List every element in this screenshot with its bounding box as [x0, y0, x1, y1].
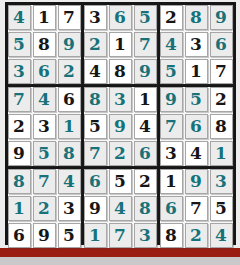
cell-r2c1[interactable]: 5 [8, 32, 31, 57]
cell-r8c4[interactable]: 9 [84, 196, 107, 221]
cell-r8c3[interactable]: 3 [58, 196, 81, 221]
cell-r4c2[interactable]: 4 [33, 87, 56, 112]
cell-r4c6[interactable]: 1 [134, 87, 157, 112]
cell-r6c9[interactable]: 1 [210, 141, 233, 166]
page-background-gray-band [0, 257, 240, 265]
cell-r3c6[interactable]: 9 [134, 59, 157, 84]
cell-r3c7[interactable]: 5 [160, 59, 183, 84]
cell-r8c8[interactable]: 7 [185, 196, 208, 221]
sudoku-box-1: 417589362 [8, 5, 81, 84]
cell-r2c3[interactable]: 9 [58, 32, 81, 57]
cell-r8c5[interactable]: 4 [109, 196, 132, 221]
cell-r3c8[interactable]: 1 [185, 59, 208, 84]
sudoku-box-6: 952768341 [160, 87, 233, 166]
cell-r5c9[interactable]: 8 [210, 114, 233, 139]
cell-r4c9[interactable]: 2 [210, 87, 233, 112]
cell-r5c3[interactable]: 1 [58, 114, 81, 139]
cell-r4c3[interactable]: 6 [58, 87, 81, 112]
cell-r1c3[interactable]: 7 [58, 5, 81, 30]
cell-r5c4[interactable]: 5 [84, 114, 107, 139]
cell-r6c2[interactable]: 5 [33, 141, 56, 166]
cell-r6c3[interactable]: 8 [58, 141, 81, 166]
sudoku-box-5: 831594726 [84, 87, 157, 166]
sudoku-box-4: 746231958 [8, 87, 81, 166]
sudoku-box-8: 652948173 [84, 169, 157, 248]
cell-r1c8[interactable]: 8 [185, 5, 208, 30]
page-background-maroon-band [0, 248, 240, 257]
cell-r7c9[interactable]: 3 [210, 169, 233, 194]
cell-r9c1[interactable]: 6 [8, 223, 31, 248]
cell-r2c8[interactable]: 3 [185, 32, 208, 57]
cell-r4c8[interactable]: 5 [185, 87, 208, 112]
cell-r1c2[interactable]: 1 [33, 5, 56, 30]
cell-r6c8[interactable]: 4 [185, 141, 208, 166]
cell-r3c2[interactable]: 6 [33, 59, 56, 84]
cell-r4c7[interactable]: 9 [160, 87, 183, 112]
cell-r1c1[interactable]: 4 [8, 5, 31, 30]
cell-r9c4[interactable]: 1 [84, 223, 107, 248]
cell-r7c6[interactable]: 2 [134, 169, 157, 194]
cell-r2c4[interactable]: 2 [84, 32, 107, 57]
cell-r8c6[interactable]: 8 [134, 196, 157, 221]
cell-r5c8[interactable]: 6 [185, 114, 208, 139]
cell-r3c4[interactable]: 4 [84, 59, 107, 84]
cell-r2c9[interactable]: 6 [210, 32, 233, 57]
cell-r9c8[interactable]: 2 [185, 223, 208, 248]
cell-r2c5[interactable]: 1 [109, 32, 132, 57]
cell-r5c1[interactable]: 2 [8, 114, 31, 139]
cell-r9c9[interactable]: 4 [210, 223, 233, 248]
cell-r3c1[interactable]: 3 [8, 59, 31, 84]
cell-r9c2[interactable]: 9 [33, 223, 56, 248]
cell-r8c1[interactable]: 1 [8, 196, 31, 221]
cell-r8c9[interactable]: 5 [210, 196, 233, 221]
cell-r1c7[interactable]: 2 [160, 5, 183, 30]
cell-r7c4[interactable]: 6 [84, 169, 107, 194]
cell-r8c7[interactable]: 6 [160, 196, 183, 221]
cell-r6c1[interactable]: 9 [8, 141, 31, 166]
cell-r5c5[interactable]: 9 [109, 114, 132, 139]
cell-r7c3[interactable]: 4 [58, 169, 81, 194]
cell-r1c5[interactable]: 6 [109, 5, 132, 30]
cell-r6c6[interactable]: 6 [134, 141, 157, 166]
cell-r7c8[interactable]: 9 [185, 169, 208, 194]
sudoku-board: 4175893623652174892894365177462319588315… [5, 2, 236, 245]
cell-r1c6[interactable]: 5 [134, 5, 157, 30]
sudoku-box-2: 365217489 [84, 5, 157, 84]
cell-r7c2[interactable]: 7 [33, 169, 56, 194]
cell-r9c3[interactable]: 5 [58, 223, 81, 248]
cell-r4c1[interactable]: 7 [8, 87, 31, 112]
cell-r5c2[interactable]: 3 [33, 114, 56, 139]
sudoku-box-7: 874123695 [8, 169, 81, 248]
cell-r9c6[interactable]: 3 [134, 223, 157, 248]
cell-r5c6[interactable]: 4 [134, 114, 157, 139]
cell-r7c1[interactable]: 8 [8, 169, 31, 194]
cell-r7c5[interactable]: 5 [109, 169, 132, 194]
cell-r3c3[interactable]: 2 [58, 59, 81, 84]
cell-r8c2[interactable]: 2 [33, 196, 56, 221]
cell-r9c7[interactable]: 8 [160, 223, 183, 248]
sudoku-box-9: 193675824 [160, 169, 233, 248]
cell-r5c7[interactable]: 7 [160, 114, 183, 139]
cell-r6c4[interactable]: 7 [84, 141, 107, 166]
cell-r9c5[interactable]: 7 [109, 223, 132, 248]
cell-r2c6[interactable]: 7 [134, 32, 157, 57]
cell-r7c7[interactable]: 1 [160, 169, 183, 194]
cell-r2c7[interactable]: 4 [160, 32, 183, 57]
cell-r1c9[interactable]: 9 [210, 5, 233, 30]
sudoku-box-3: 289436517 [160, 5, 233, 84]
cell-r3c5[interactable]: 8 [109, 59, 132, 84]
cell-r4c4[interactable]: 8 [84, 87, 107, 112]
cell-r6c7[interactable]: 3 [160, 141, 183, 166]
cell-r1c4[interactable]: 3 [84, 5, 107, 30]
cell-r2c2[interactable]: 8 [33, 32, 56, 57]
cell-r6c5[interactable]: 2 [109, 141, 132, 166]
cell-r3c9[interactable]: 7 [210, 59, 233, 84]
cell-r4c5[interactable]: 3 [109, 87, 132, 112]
